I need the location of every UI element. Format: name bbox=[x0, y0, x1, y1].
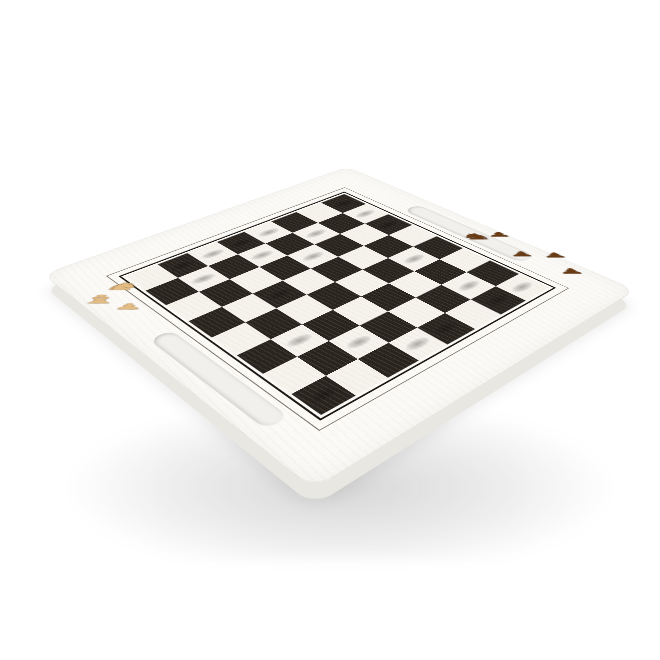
scene: ♞♝♛♚♜♟♟♟♟♟♜♟♟♟♟♟♜♛♚♞♜ ♝♞♟♞♟♟♟♟ bbox=[0, 0, 660, 660]
black-pawn-glyph: ♟ bbox=[190, 251, 217, 281]
black-pawn-glyph: ♟ bbox=[300, 230, 326, 259]
white-pawn-glyph: ♟ bbox=[266, 265, 294, 296]
black-pawn-glyph: ♟ bbox=[557, 268, 587, 275]
black-pawn-glyph: ♟ bbox=[486, 231, 513, 237]
black-rook-glyph: ♜ bbox=[373, 192, 403, 226]
piece-shadow bbox=[305, 385, 341, 406]
black-pawn-glyph: ♟ bbox=[541, 252, 570, 259]
white-pawn-glyph: ♟ bbox=[113, 302, 144, 310]
board-3d: ♞♝♛♚♜♟♟♟♟♟♜♟♟♟♟♟♜♛♚♞♜ ♝♞♟♞♟♟♟♟ bbox=[43, 167, 636, 490]
black-pawn-glyph: ♟ bbox=[250, 228, 276, 256]
page: { "game": "chess", "scene_type": "wooden… bbox=[0, 0, 660, 660]
piece-shadow bbox=[508, 280, 536, 294]
black-pawn-glyph: ♟ bbox=[508, 251, 536, 258]
white-bishop-glyph: ♝ bbox=[77, 293, 123, 305]
board-frame: ♞♝♛♚♜♟♟♟♟♟♜♟♟♟♟♟♜♛♚♞♜ ♝♞♟♞♟♟♟♟ bbox=[43, 167, 636, 490]
board-grid: ♞♝♛♚♜♟♟♟♟♟♜♟♟♟♟♟♜♛♚♞♜ bbox=[125, 194, 549, 415]
piece-shadow bbox=[431, 320, 462, 337]
white-pawn-glyph: ♟ bbox=[401, 232, 427, 261]
piece-shadow bbox=[264, 287, 295, 302]
piece-shadow bbox=[402, 335, 434, 353]
